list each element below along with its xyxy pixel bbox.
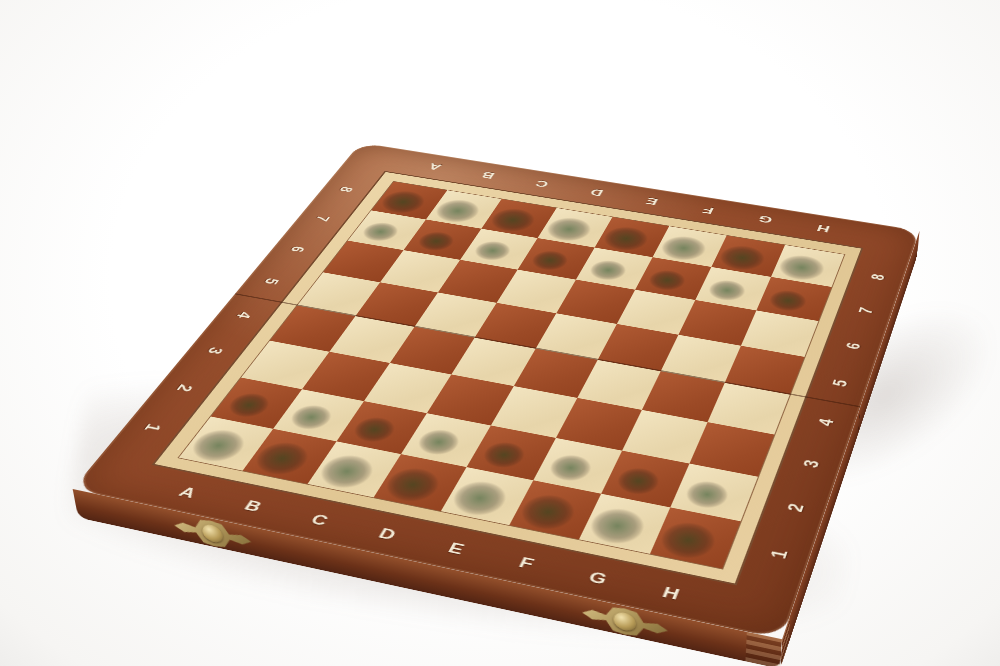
file-label-near-b: B: [233, 496, 274, 518]
rank-label-right-2: 2: [780, 494, 811, 519]
file-label-near-g: G: [578, 567, 619, 591]
file-label-near-d: D: [367, 523, 408, 545]
scene: AABBCCDDEEFFGGHH1122334455667788 ♜♞♝♛♚♝♞…: [0, 0, 1000, 666]
file-label-near-h: H: [651, 582, 692, 606]
finger-joint: [745, 632, 782, 666]
rank-label-right-4: 4: [812, 411, 841, 434]
piece-glyph: ♜: [626, 363, 763, 543]
file-label-near-c: C: [299, 509, 340, 531]
rank-label-right-6: 6: [840, 335, 868, 355]
rank-label-right-5: 5: [826, 372, 854, 394]
rank-label-right-8: 8: [865, 267, 891, 285]
file-label-near-e: E: [436, 537, 477, 560]
rank-label-right-7: 7: [853, 301, 880, 320]
file-label-near-a: A: [167, 482, 208, 503]
rank-label-right-3: 3: [797, 451, 827, 475]
file-label-near-f: F: [506, 552, 547, 575]
rank-label-right-1: 1: [763, 540, 795, 567]
